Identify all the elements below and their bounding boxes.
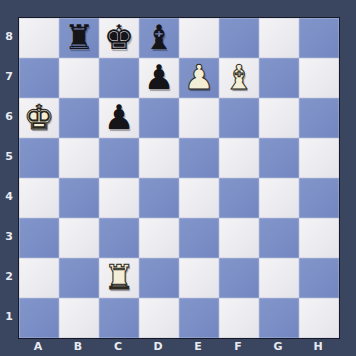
square-d1[interactable] <box>139 298 179 338</box>
square-h6[interactable] <box>299 98 339 138</box>
square-h3[interactable] <box>299 218 339 258</box>
square-a1[interactable] <box>19 298 59 338</box>
square-c7[interactable] <box>99 58 139 98</box>
square-e1[interactable] <box>179 298 219 338</box>
square-g5[interactable] <box>259 138 299 178</box>
square-h8[interactable] <box>299 18 339 58</box>
square-b3[interactable] <box>59 218 99 258</box>
square-e5[interactable] <box>179 138 219 178</box>
square-f1[interactable] <box>219 298 259 338</box>
square-g7[interactable] <box>259 58 299 98</box>
file-label-h: H <box>298 337 338 356</box>
square-f6[interactable] <box>219 98 259 138</box>
square-a2[interactable] <box>19 258 59 298</box>
rank-label-1: 1 <box>0 297 18 337</box>
black-rook-b8[interactable]: ♜ <box>64 18 94 57</box>
file-label-b: B <box>58 337 98 356</box>
square-d8[interactable]: ♝ <box>139 18 179 58</box>
file-label-e: E <box>178 337 218 356</box>
square-h2[interactable] <box>299 258 339 298</box>
square-f2[interactable] <box>219 258 259 298</box>
square-f5[interactable] <box>219 138 259 178</box>
square-b7[interactable] <box>59 58 99 98</box>
square-b1[interactable] <box>59 298 99 338</box>
square-c1[interactable] <box>99 298 139 338</box>
square-c8[interactable]: ♚ <box>99 18 139 58</box>
square-g4[interactable] <box>259 178 299 218</box>
square-c5[interactable] <box>99 138 139 178</box>
square-g8[interactable] <box>259 18 299 58</box>
square-g1[interactable] <box>259 298 299 338</box>
square-g6[interactable] <box>259 98 299 138</box>
square-e7[interactable]: ♟ <box>179 58 219 98</box>
square-d7[interactable]: ♟ <box>139 58 179 98</box>
black-pawn-c6[interactable]: ♟ <box>104 98 134 137</box>
square-a7[interactable] <box>19 58 59 98</box>
file-labels: ABCDEFGH <box>18 337 338 356</box>
square-c2[interactable]: ♜ <box>99 258 139 298</box>
file-label-a: A <box>18 337 58 356</box>
square-c6[interactable]: ♟ <box>99 98 139 138</box>
white-rook-c2[interactable]: ♜ <box>104 258 134 297</box>
square-h1[interactable] <box>299 298 339 338</box>
square-d3[interactable] <box>139 218 179 258</box>
square-b8[interactable]: ♜ <box>59 18 99 58</box>
black-bishop-d8[interactable]: ♝ <box>144 18 174 57</box>
square-b5[interactable] <box>59 138 99 178</box>
rank-label-4: 4 <box>0 177 18 217</box>
white-bishop-f7[interactable]: ♝ <box>224 58 254 97</box>
square-e8[interactable] <box>179 18 219 58</box>
rank-label-3: 3 <box>0 217 18 257</box>
file-label-g: G <box>258 337 298 356</box>
file-label-d: D <box>138 337 178 356</box>
square-e2[interactable] <box>179 258 219 298</box>
square-g2[interactable] <box>259 258 299 298</box>
square-c4[interactable] <box>99 178 139 218</box>
square-b6[interactable] <box>59 98 99 138</box>
rank-label-7: 7 <box>0 57 18 97</box>
black-pawn-d7[interactable]: ♟ <box>144 58 174 97</box>
square-a3[interactable] <box>19 218 59 258</box>
rank-labels: 87654321 <box>0 17 18 337</box>
square-f7[interactable]: ♝ <box>219 58 259 98</box>
rank-label-2: 2 <box>0 257 18 297</box>
black-king-c8[interactable]: ♚ <box>104 18 134 57</box>
square-c3[interactable] <box>99 218 139 258</box>
square-e6[interactable] <box>179 98 219 138</box>
square-a8[interactable] <box>19 18 59 58</box>
square-f3[interactable] <box>219 218 259 258</box>
rank-label-8: 8 <box>0 17 18 57</box>
square-e3[interactable] <box>179 218 219 258</box>
file-label-c: C <box>98 337 138 356</box>
square-a5[interactable] <box>19 138 59 178</box>
square-d6[interactable] <box>139 98 179 138</box>
chess-diagram: 87654321 ♜♚♝♟♟♝♚♟♜ ABCDEFGH <box>0 0 356 356</box>
rank-label-6: 6 <box>0 97 18 137</box>
rank-label-5: 5 <box>0 137 18 177</box>
white-pawn-e7[interactable]: ♟ <box>184 58 214 97</box>
square-h4[interactable] <box>299 178 339 218</box>
square-b2[interactable] <box>59 258 99 298</box>
square-a4[interactable] <box>19 178 59 218</box>
square-g3[interactable] <box>259 218 299 258</box>
square-h5[interactable] <box>299 138 339 178</box>
square-d4[interactable] <box>139 178 179 218</box>
square-f4[interactable] <box>219 178 259 218</box>
square-d2[interactable] <box>139 258 179 298</box>
file-label-f: F <box>218 337 258 356</box>
white-king-a6[interactable]: ♚ <box>24 98 54 137</box>
square-d5[interactable] <box>139 138 179 178</box>
square-f8[interactable] <box>219 18 259 58</box>
square-h7[interactable] <box>299 58 339 98</box>
square-a6[interactable]: ♚ <box>19 98 59 138</box>
square-b4[interactable] <box>59 178 99 218</box>
chess-board: ♜♚♝♟♟♝♚♟♜ <box>18 17 340 339</box>
square-e4[interactable] <box>179 178 219 218</box>
